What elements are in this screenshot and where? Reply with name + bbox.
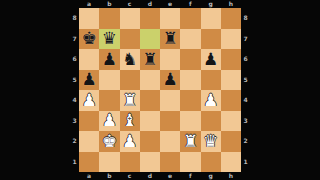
square-h5[interactable]	[221, 70, 241, 91]
piece-black-pawn[interactable]: ♟	[203, 50, 218, 67]
file-label-bottom-g: g	[201, 172, 221, 180]
file-label-top-c: c	[120, 0, 140, 8]
square-b1[interactable]	[99, 152, 119, 173]
file-label-bottom-b: b	[99, 172, 119, 180]
rank-label-left-6: 6	[70, 49, 79, 70]
square-b3[interactable]: ♟	[99, 111, 119, 132]
piece-white-rook[interactable]: ♜	[122, 91, 137, 108]
piece-white-bishop[interactable]: ♝	[122, 112, 137, 129]
square-e3[interactable]	[160, 111, 180, 132]
piece-white-rook[interactable]: ♜	[183, 132, 198, 149]
rank-label-left-8: 8	[70, 8, 79, 29]
file-label-top-d: d	[140, 0, 160, 8]
square-d1[interactable]	[140, 152, 160, 173]
square-h4[interactable]	[221, 90, 241, 111]
square-g4[interactable]: ♟	[201, 90, 221, 111]
file-label-bottom-a: a	[79, 172, 99, 180]
rank-label-left-3: 3	[70, 111, 79, 132]
square-b7[interactable]: ♛	[99, 29, 119, 50]
rank-label-right-8: 8	[241, 8, 250, 29]
square-f7[interactable]	[180, 29, 200, 50]
square-c2[interactable]: ♟	[120, 131, 140, 152]
square-c8[interactable]	[120, 8, 140, 29]
square-d3[interactable]	[140, 111, 160, 132]
square-a8[interactable]	[79, 8, 99, 29]
square-e4[interactable]	[160, 90, 180, 111]
square-c4[interactable]: ♜	[120, 90, 140, 111]
square-d8[interactable]	[140, 8, 160, 29]
piece-black-knight[interactable]: ♞	[122, 50, 137, 67]
rank-label-right-2: 2	[241, 131, 250, 152]
square-d6[interactable]: ♜	[140, 49, 160, 70]
square-g5[interactable]	[201, 70, 221, 91]
file-label-bottom-c: c	[120, 172, 140, 180]
board-corner-top-left	[70, 0, 79, 8]
piece-white-pawn[interactable]: ♟	[122, 132, 137, 149]
square-e6[interactable]	[160, 49, 180, 70]
rank-label-left-2: 2	[70, 131, 79, 152]
rank-label-left-5: 5	[70, 70, 79, 91]
piece-black-king[interactable]: ♚	[82, 30, 97, 47]
square-b2[interactable]: ♚	[99, 131, 119, 152]
square-a1[interactable]	[79, 152, 99, 173]
rank-label-right-5: 5	[241, 70, 250, 91]
square-d4[interactable]	[140, 90, 160, 111]
file-label-bottom-h: h	[221, 172, 241, 180]
square-h3[interactable]	[221, 111, 241, 132]
square-d5[interactable]	[140, 70, 160, 91]
square-e2[interactable]	[160, 131, 180, 152]
piece-white-pawn[interactable]: ♟	[102, 112, 117, 129]
rank-label-right-4: 4	[241, 90, 250, 111]
square-b8[interactable]	[99, 8, 119, 29]
square-f5[interactable]	[180, 70, 200, 91]
video-stage: abcdefgh887♚♛♜76♟♞♜♟65♟♟54♟♜♟43♟♝32♚♟♜♛2…	[0, 0, 320, 180]
piece-white-pawn[interactable]: ♟	[82, 91, 97, 108]
file-label-top-f: f	[180, 0, 200, 8]
square-e1[interactable]	[160, 152, 180, 173]
square-c7[interactable]	[120, 29, 140, 50]
rank-label-right-7: 7	[241, 29, 250, 50]
square-c5[interactable]	[120, 70, 140, 91]
rank-label-right-3: 3	[241, 111, 250, 132]
square-a7[interactable]: ♚	[79, 29, 99, 50]
square-a2[interactable]	[79, 131, 99, 152]
square-b5[interactable]	[99, 70, 119, 91]
file-label-bottom-d: d	[140, 172, 160, 180]
square-g8[interactable]	[201, 8, 221, 29]
piece-white-pawn[interactable]: ♟	[203, 91, 218, 108]
piece-black-queen[interactable]: ♛	[102, 30, 117, 47]
rank-label-left-7: 7	[70, 29, 79, 50]
piece-white-queen[interactable]: ♛	[203, 132, 218, 149]
file-label-top-a: a	[79, 0, 99, 8]
square-e5[interactable]: ♟	[160, 70, 180, 91]
board-corner-bottom-right	[241, 172, 250, 180]
square-a6[interactable]	[79, 49, 99, 70]
piece-black-rook[interactable]: ♜	[142, 50, 157, 67]
square-d2[interactable]	[140, 131, 160, 152]
file-label-top-h: h	[221, 0, 241, 8]
rank-label-right-6: 6	[241, 49, 250, 70]
square-g2[interactable]: ♛	[201, 131, 221, 152]
square-h6[interactable]	[221, 49, 241, 70]
square-h1[interactable]	[221, 152, 241, 173]
chess-board: abcdefgh887♚♛♜76♟♞♜♟65♟♟54♟♜♟43♟♝32♚♟♜♛2…	[70, 0, 250, 180]
board-corner-top-right	[241, 0, 250, 8]
square-a4[interactable]: ♟	[79, 90, 99, 111]
rank-label-right-1: 1	[241, 152, 250, 173]
square-c6[interactable]: ♞	[120, 49, 140, 70]
square-h8[interactable]	[221, 8, 241, 29]
square-g1[interactable]	[201, 152, 221, 173]
piece-black-rook[interactable]: ♜	[163, 30, 178, 47]
square-f3[interactable]	[180, 111, 200, 132]
square-e8[interactable]	[160, 8, 180, 29]
square-e7[interactable]: ♜	[160, 29, 180, 50]
rank-label-left-1: 1	[70, 152, 79, 173]
square-d7[interactable]	[140, 29, 160, 50]
square-f4[interactable]	[180, 90, 200, 111]
square-f6[interactable]	[180, 49, 200, 70]
file-label-bottom-e: e	[160, 172, 180, 180]
file-label-top-g: g	[201, 0, 221, 8]
square-g7[interactable]	[201, 29, 221, 50]
file-label-top-e: e	[160, 0, 180, 8]
square-g6[interactable]: ♟	[201, 49, 221, 70]
square-c1[interactable]	[120, 152, 140, 173]
piece-white-king[interactable]: ♚	[102, 132, 117, 149]
square-h2[interactable]	[221, 131, 241, 152]
piece-black-pawn[interactable]: ♟	[102, 50, 117, 67]
square-f2[interactable]: ♜	[180, 131, 200, 152]
rank-label-left-4: 4	[70, 90, 79, 111]
piece-black-pawn[interactable]: ♟	[163, 71, 178, 88]
square-a5[interactable]: ♟	[79, 70, 99, 91]
square-f8[interactable]	[180, 8, 200, 29]
square-b6[interactable]: ♟	[99, 49, 119, 70]
board-corner-bottom-left	[70, 172, 79, 180]
square-a3[interactable]	[79, 111, 99, 132]
square-f1[interactable]	[180, 152, 200, 173]
square-g3[interactable]	[201, 111, 221, 132]
square-b4[interactable]	[99, 90, 119, 111]
file-label-top-b: b	[99, 0, 119, 8]
square-h7[interactable]	[221, 29, 241, 50]
square-c3[interactable]: ♝	[120, 111, 140, 132]
piece-black-pawn[interactable]: ♟	[82, 71, 97, 88]
file-label-bottom-f: f	[180, 172, 200, 180]
